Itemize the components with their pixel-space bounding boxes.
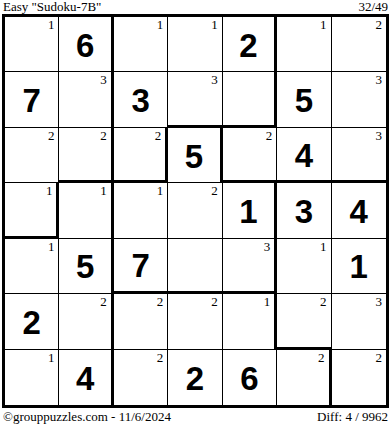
cell-r3c7[interactable]: 3 <box>332 128 386 183</box>
puzzle-title: Easy "Sudoku-7B" <box>3 0 101 14</box>
solve-group-number: 1 <box>48 350 55 365</box>
cell-r5c2: 5 <box>59 239 113 294</box>
solve-group-number: 1 <box>157 17 164 32</box>
cell-r2c6: 5 <box>277 72 331 127</box>
solve-group-number: 1 <box>157 183 164 198</box>
cell-r7c5: 6 <box>223 350 277 405</box>
cell-r7c2: 4 <box>59 350 113 405</box>
given-digit: 7 <box>23 84 41 117</box>
solve-group-number: 1 <box>48 17 55 32</box>
sudoku-board: 1611212733353222524311121341573112222123… <box>2 14 389 408</box>
given-digit: 5 <box>76 250 94 283</box>
cell-r4c1[interactable]: 1 <box>5 183 59 238</box>
solve-group-number: 2 <box>266 128 273 143</box>
cell-r7c3[interactable]: 2 <box>114 350 168 405</box>
given-digit: 3 <box>295 195 313 228</box>
cell-r6c2[interactable]: 2 <box>59 294 113 349</box>
cell-r1c1[interactable]: 1 <box>5 17 59 72</box>
solve-group-number: 1 <box>264 294 271 309</box>
solve-group-number: 2 <box>211 294 218 309</box>
cell-r2c3: 3 <box>114 72 168 127</box>
cell-r6c5[interactable]: 1 <box>223 294 277 349</box>
cell-r4c3[interactable]: 1 <box>114 183 168 238</box>
solve-group-number: 1 <box>100 183 107 198</box>
given-digit: 7 <box>131 249 149 282</box>
cell-r5c4[interactable] <box>168 239 222 294</box>
solve-group-number: 1 <box>48 239 55 254</box>
cell-r2c7[interactable]: 3 <box>332 72 386 127</box>
solve-group-number: 3 <box>375 128 382 143</box>
cell-r1c6[interactable]: 1 <box>277 17 331 72</box>
cell-r4c6: 3 <box>277 183 331 238</box>
solve-group-number: 2 <box>157 350 164 365</box>
solve-group-number: 2 <box>100 128 107 143</box>
given-digit: 4 <box>295 139 313 172</box>
given-digit: 2 <box>186 362 204 395</box>
solve-group-number: 2 <box>320 294 327 309</box>
solve-group-number: 2 <box>375 350 382 365</box>
solve-group-number: 3 <box>264 239 271 254</box>
given-digit: 1 <box>239 195 257 228</box>
cell-r3c5[interactable]: 2 <box>223 128 277 183</box>
solve-group-number: 2 <box>157 294 164 309</box>
cell-r4c5: 1 <box>223 183 277 238</box>
difficulty-text: Diff: 4 / 9962 <box>317 410 388 424</box>
progress-counter: 32/49 <box>358 0 388 14</box>
copyright-text: ©grouppuzzles.com - 11/6/2024 <box>3 410 171 424</box>
cell-r7c7[interactable]: 2 <box>332 350 386 405</box>
solve-group-number: 1 <box>211 17 218 32</box>
cell-r7c6[interactable]: 2 <box>277 350 331 405</box>
solve-group-number: 3 <box>100 72 107 87</box>
cell-r6c7[interactable]: 3 <box>332 294 386 349</box>
solve-group-number: 3 <box>211 72 218 87</box>
cell-r1c5: 2 <box>223 17 277 72</box>
page-footer: ©grouppuzzles.com - 11/6/2024 Diff: 4 / … <box>3 410 388 424</box>
cell-r1c7[interactable]: 2 <box>332 17 386 72</box>
cell-r2c2[interactable]: 3 <box>59 72 113 127</box>
cell-r6c4[interactable]: 2 <box>168 294 222 349</box>
solve-group-number: 3 <box>375 72 382 87</box>
cell-r3c3[interactable]: 2 <box>114 128 168 183</box>
cell-r4c4[interactable]: 2 <box>168 183 222 238</box>
given-digit: 1 <box>350 250 368 283</box>
solve-group-number: 2 <box>211 183 218 198</box>
cell-r1c2: 6 <box>59 17 113 72</box>
cell-r7c1[interactable]: 1 <box>5 350 59 405</box>
cell-r3c2[interactable]: 2 <box>59 128 113 183</box>
cell-r5c6[interactable]: 1 <box>277 239 331 294</box>
cell-r6c3[interactable]: 2 <box>114 294 168 349</box>
page-header: Easy "Sudoku-7B" 32/49 <box>3 0 388 14</box>
given-digit: 5 <box>295 84 313 117</box>
cell-r5c3: 7 <box>114 239 168 294</box>
solve-group-number: 3 <box>375 294 382 309</box>
cell-r2c4[interactable]: 3 <box>168 72 222 127</box>
solve-group-number: 2 <box>48 128 55 143</box>
cell-r3c1[interactable]: 2 <box>5 128 59 183</box>
cell-r4c7: 4 <box>332 183 386 238</box>
given-digit: 2 <box>23 306 41 339</box>
cell-r6c6[interactable]: 2 <box>277 294 331 349</box>
given-digit: 6 <box>240 362 258 395</box>
solve-group-number: 1 <box>320 239 327 254</box>
cell-r5c5[interactable]: 3 <box>223 239 277 294</box>
solve-group-number: 1 <box>46 183 53 198</box>
given-digit: 4 <box>350 195 368 228</box>
cell-r5c7: 1 <box>332 239 386 294</box>
given-digit: 4 <box>76 362 94 395</box>
solve-group-number: 2 <box>100 294 107 309</box>
given-digit: 3 <box>131 84 149 117</box>
cell-r3c4: 5 <box>168 128 222 183</box>
given-digit: 5 <box>185 140 203 173</box>
given-digit: 2 <box>239 29 257 62</box>
solve-group-number: 2 <box>318 350 325 365</box>
given-digit: 6 <box>76 29 94 62</box>
cell-r1c3[interactable]: 1 <box>114 17 168 72</box>
cell-r4c2[interactable]: 1 <box>59 183 113 238</box>
cell-r5c1[interactable]: 1 <box>5 239 59 294</box>
cell-r1c4[interactable]: 1 <box>168 17 222 72</box>
cell-r3c6: 4 <box>277 128 331 183</box>
solve-group-number: 1 <box>320 17 327 32</box>
solve-group-number: 2 <box>155 128 162 143</box>
cell-r6c1: 2 <box>5 294 59 349</box>
cell-r2c5[interactable] <box>223 72 277 127</box>
solve-group-number: 2 <box>375 17 382 32</box>
cell-r7c4: 2 <box>168 350 222 405</box>
cell-r2c1: 7 <box>5 72 59 127</box>
